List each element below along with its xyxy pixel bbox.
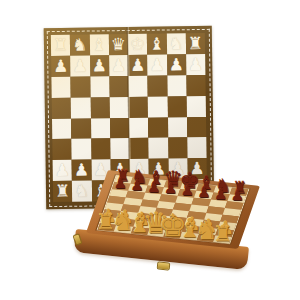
printed-square (91, 139, 111, 160)
printed-square (148, 117, 168, 138)
printed-square: ♟ (186, 54, 206, 75)
printed-square (52, 97, 72, 118)
printed-square: ♟ (90, 55, 110, 76)
printed-pawn-icon: ♟ (74, 162, 89, 179)
printed-square: ♝ (147, 33, 167, 54)
printed-square (186, 96, 206, 117)
printed-pawn-icon: ♟ (169, 56, 184, 73)
printed-square (90, 97, 110, 118)
printed-square: ♟ (167, 54, 187, 75)
printed-square: ♟ (187, 158, 207, 179)
printed-square (187, 116, 207, 137)
printed-square: ♜ (186, 33, 206, 54)
printed-square: ♟ (109, 55, 129, 76)
printed-square: ♞ (70, 35, 90, 56)
printed-square: ♝ (89, 34, 109, 55)
printed-knight-icon: ♞ (168, 35, 183, 52)
printed-rook-icon: ♜ (188, 35, 203, 52)
printed-pawn-icon: ♟ (130, 57, 145, 74)
printed-square: ♟ (128, 55, 148, 76)
printed-square (109, 76, 129, 97)
brass-latch-icon (157, 261, 171, 270)
printed-pawn-icon: ♟ (189, 160, 204, 177)
printed-square (71, 97, 91, 118)
printed-square (187, 137, 207, 158)
printed-square (129, 96, 149, 117)
printed-knight-icon: ♞ (72, 37, 87, 54)
printed-square: ♞ (166, 33, 186, 54)
printed-square (110, 118, 130, 139)
printed-square (148, 96, 168, 117)
printed-square: ♟ (72, 160, 92, 181)
printed-square (168, 138, 188, 159)
printed-square: ♟ (53, 160, 73, 181)
printed-square (90, 76, 110, 97)
printed-square (52, 139, 72, 160)
printed-rook-icon: ♜ (55, 183, 70, 200)
printed-pawn-icon: ♟ (188, 56, 203, 73)
printed-square (167, 75, 187, 96)
printed-square (186, 75, 206, 96)
printed-square (52, 118, 72, 139)
printed-square (71, 118, 91, 139)
printed-square (72, 139, 92, 160)
printed-pawn-icon: ♟ (170, 160, 185, 177)
printed-square (148, 75, 168, 96)
printed-pawn-icon: ♟ (92, 57, 107, 74)
printed-square (71, 76, 91, 97)
printed-square: ♚ (128, 34, 148, 55)
printed-square (110, 138, 130, 159)
printed-square: ♟ (51, 56, 71, 77)
printed-pawn-icon: ♟ (55, 162, 70, 179)
printed-pawn-icon: ♟ (53, 58, 68, 75)
wooden-square (213, 235, 232, 244)
printed-square (129, 117, 149, 138)
printed-square: ♟ (70, 55, 90, 76)
printed-square: ♜ (51, 35, 71, 56)
printed-pawn-icon: ♟ (111, 57, 126, 74)
printed-queen-icon: ♛ (111, 36, 126, 53)
printed-square (128, 75, 148, 96)
printed-rook-icon: ♜ (53, 37, 68, 54)
printed-square (51, 77, 71, 98)
printed-square: ♛ (109, 34, 129, 55)
printed-square (109, 97, 129, 118)
printed-square (167, 96, 187, 117)
printed-square: ♞ (72, 181, 92, 202)
printed-bishop-icon: ♝ (149, 35, 164, 52)
printed-square (129, 138, 149, 159)
printed-square (149, 138, 169, 159)
chess-set-product-photo: ♜♞♝♛♚♝♞♜♟♟♟♟♟♟♟♟♟♟♟♟♟♟♟♟♜♞♝♛♚♝♞♜ ♜♞♝♛♚♝♞… (0, 0, 300, 300)
printed-square (91, 118, 111, 139)
printed-pawn-icon: ♟ (149, 56, 164, 73)
printed-bishop-icon: ♝ (91, 36, 106, 53)
printed-king-icon: ♚ (130, 36, 145, 53)
printed-pawn-icon: ♟ (72, 57, 87, 74)
wooden-board-grid (96, 175, 249, 245)
printed-square: ♟ (147, 54, 167, 75)
printed-square: ♜ (53, 181, 73, 202)
printed-knight-icon: ♞ (74, 183, 89, 200)
printed-square (167, 117, 187, 138)
